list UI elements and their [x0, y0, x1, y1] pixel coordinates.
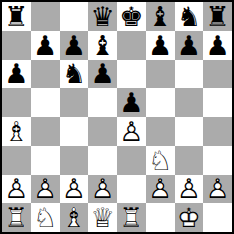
white-bishop-glyph: ♗ [4, 118, 28, 145]
square-f2[interactable]: ♟♙ [146, 175, 175, 204]
black-pawn-glyph: ♟ [4, 60, 28, 87]
square-h8[interactable]: ♜ [203, 2, 232, 31]
white-knight-glyph: ♘ [148, 147, 172, 174]
black-pawn-glyph: ♟ [91, 60, 115, 87]
white-knight-glyph: ♘ [33, 204, 57, 231]
white-king[interactable]: ♚♔ [177, 204, 201, 231]
square-h3[interactable] [203, 146, 232, 175]
square-a8[interactable]: ♜ [2, 2, 31, 31]
square-h7[interactable]: ♟ [203, 31, 232, 60]
white-pawn[interactable]: ♟♙ [119, 118, 143, 145]
square-e1[interactable]: ♜♖ [117, 203, 146, 232]
black-pawn-glyph: ♟ [148, 32, 172, 59]
black-pawn-glyph: ♟ [33, 32, 57, 59]
white-rook[interactable]: ♜♖ [119, 204, 143, 231]
square-d6[interactable]: ♟ [88, 60, 117, 89]
square-b3[interactable] [31, 146, 60, 175]
square-f7[interactable]: ♟ [146, 31, 175, 60]
square-c5[interactable] [60, 88, 89, 117]
black-pawn[interactable]: ♟ [33, 32, 57, 59]
chess-board: ♜♛♚♝♞♜♟♟♝♟♟♟♟♞♟♟♝♗♟♙♞♘♟♙♟♙♟♙♟♙♟♙♟♙♟♙♜♖♞♘… [2, 2, 232, 232]
black-rook[interactable]: ♜ [4, 3, 28, 30]
square-g1[interactable]: ♚♔ [175, 203, 204, 232]
square-h1[interactable] [203, 203, 232, 232]
white-bishop[interactable]: ♝♗ [62, 204, 86, 231]
square-a2[interactable]: ♟♙ [2, 175, 31, 204]
white-rook[interactable]: ♜♖ [4, 204, 28, 231]
square-f5[interactable] [146, 88, 175, 117]
white-knight[interactable]: ♞♘ [148, 147, 172, 174]
square-f6[interactable] [146, 60, 175, 89]
square-a6[interactable]: ♟ [2, 60, 31, 89]
white-king-glyph: ♔ [177, 204, 201, 231]
square-c7[interactable]: ♟ [60, 31, 89, 60]
white-pawn-glyph: ♙ [177, 175, 201, 202]
square-h6[interactable] [203, 60, 232, 89]
white-pawn-glyph: ♙ [62, 175, 86, 202]
square-d5[interactable] [88, 88, 117, 117]
black-pawn-glyph: ♟ [177, 32, 201, 59]
white-pawn-glyph: ♙ [4, 175, 28, 202]
square-c6[interactable]: ♞ [60, 60, 89, 89]
black-pawn[interactable]: ♟ [62, 32, 86, 59]
black-queen[interactable]: ♛ [91, 3, 115, 30]
black-pawn[interactable]: ♟ [148, 32, 172, 59]
white-queen[interactable]: ♛♕ [91, 204, 115, 231]
white-pawn[interactable]: ♟♙ [91, 175, 115, 202]
black-pawn-glyph: ♟ [62, 32, 86, 59]
black-king-glyph: ♚ [119, 3, 143, 30]
square-a5[interactable] [2, 88, 31, 117]
square-g4[interactable] [175, 117, 204, 146]
white-pawn-glyph: ♙ [206, 175, 230, 202]
square-f4[interactable] [146, 117, 175, 146]
square-e4[interactable]: ♟♙ [117, 117, 146, 146]
black-bishop[interactable]: ♝ [148, 3, 172, 30]
black-bishop-glyph: ♝ [91, 32, 115, 59]
black-pawn-glyph: ♟ [206, 32, 230, 59]
white-pawn[interactable]: ♟♙ [33, 175, 57, 202]
black-knight-glyph: ♞ [177, 3, 201, 30]
square-b8[interactable] [31, 2, 60, 31]
square-g6[interactable] [175, 60, 204, 89]
white-rook-glyph: ♖ [4, 204, 28, 231]
square-c2[interactable]: ♟♙ [60, 175, 89, 204]
black-pawn[interactable]: ♟ [119, 89, 143, 116]
white-pawn-glyph: ♙ [119, 118, 143, 145]
square-a4[interactable]: ♝♗ [2, 117, 31, 146]
black-pawn[interactable]: ♟ [4, 60, 28, 87]
white-rook-glyph: ♖ [119, 204, 143, 231]
square-d1[interactable]: ♛♕ [88, 203, 117, 232]
white-knight[interactable]: ♞♘ [33, 204, 57, 231]
white-pawn[interactable]: ♟♙ [206, 175, 230, 202]
square-a3[interactable] [2, 146, 31, 175]
black-bishop[interactable]: ♝ [91, 32, 115, 59]
square-g5[interactable] [175, 88, 204, 117]
square-d3[interactable] [88, 146, 117, 175]
square-a1[interactable]: ♜♖ [2, 203, 31, 232]
white-pawn[interactable]: ♟♙ [148, 175, 172, 202]
white-pawn[interactable]: ♟♙ [4, 175, 28, 202]
square-e2[interactable] [117, 175, 146, 204]
square-d2[interactable]: ♟♙ [88, 175, 117, 204]
square-e5[interactable]: ♟ [117, 88, 146, 117]
black-knight-glyph: ♞ [62, 60, 86, 87]
black-queen-glyph: ♛ [91, 3, 115, 30]
white-pawn-glyph: ♙ [91, 175, 115, 202]
black-pawn[interactable]: ♟ [206, 32, 230, 59]
square-f8[interactable]: ♝ [146, 2, 175, 31]
square-g3[interactable] [175, 146, 204, 175]
white-pawn-glyph: ♙ [33, 175, 57, 202]
square-a7[interactable] [2, 31, 31, 60]
white-pawn-glyph: ♙ [148, 175, 172, 202]
square-d4[interactable] [88, 117, 117, 146]
square-b2[interactable]: ♟♙ [31, 175, 60, 204]
black-king[interactable]: ♚ [119, 3, 143, 30]
square-d7[interactable]: ♝ [88, 31, 117, 60]
square-e6[interactable] [117, 60, 146, 89]
square-f3[interactable]: ♞♘ [146, 146, 175, 175]
black-rook-glyph: ♜ [4, 3, 28, 30]
square-g8[interactable]: ♞ [175, 2, 204, 31]
square-b4[interactable] [31, 117, 60, 146]
square-c8[interactable] [60, 2, 89, 31]
square-b7[interactable]: ♟ [31, 31, 60, 60]
square-e7[interactable] [117, 31, 146, 60]
black-knight[interactable]: ♞ [62, 60, 86, 87]
black-knight[interactable]: ♞ [177, 3, 201, 30]
square-h5[interactable] [203, 88, 232, 117]
black-pawn[interactable]: ♟ [177, 32, 201, 59]
square-b6[interactable] [31, 60, 60, 89]
white-bishop[interactable]: ♝♗ [4, 118, 28, 145]
chess-board-frame: ♜♛♚♝♞♜♟♟♝♟♟♟♟♞♟♟♝♗♟♙♞♘♟♙♟♙♟♙♟♙♟♙♟♙♟♙♜♖♞♘… [0, 0, 234, 234]
square-c3[interactable] [60, 146, 89, 175]
square-c4[interactable] [60, 117, 89, 146]
black-bishop-glyph: ♝ [148, 3, 172, 30]
black-pawn[interactable]: ♟ [91, 60, 115, 87]
square-h4[interactable] [203, 117, 232, 146]
square-e3[interactable] [117, 146, 146, 175]
square-g7[interactable]: ♟ [175, 31, 204, 60]
white-pawn[interactable]: ♟♙ [177, 175, 201, 202]
white-pawn[interactable]: ♟♙ [62, 175, 86, 202]
black-rook[interactable]: ♜ [206, 3, 230, 30]
square-e8[interactable]: ♚ [117, 2, 146, 31]
square-c1[interactable]: ♝♗ [60, 203, 89, 232]
square-f1[interactable] [146, 203, 175, 232]
black-pawn-glyph: ♟ [119, 89, 143, 116]
white-bishop-glyph: ♗ [62, 204, 86, 231]
square-h2[interactable]: ♟♙ [203, 175, 232, 204]
square-b5[interactable] [31, 88, 60, 117]
square-g2[interactable]: ♟♙ [175, 175, 204, 204]
square-d8[interactable]: ♛ [88, 2, 117, 31]
white-queen-glyph: ♕ [91, 204, 115, 231]
black-rook-glyph: ♜ [206, 3, 230, 30]
square-b1[interactable]: ♞♘ [31, 203, 60, 232]
